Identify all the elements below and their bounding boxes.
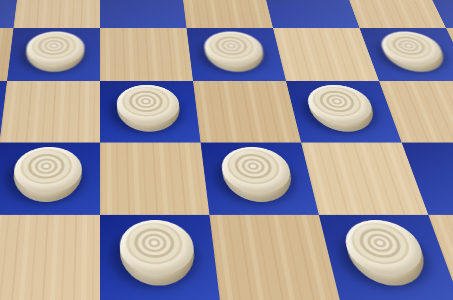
square-r3c2 <box>0 143 100 215</box>
square-r2c2 <box>0 81 100 142</box>
checker-piece <box>219 147 297 202</box>
square-r0c6 <box>343 0 446 28</box>
checker-piece <box>119 220 197 285</box>
photo-frame <box>0 0 453 300</box>
square-r0c4 <box>181 0 273 28</box>
square-r1c2 <box>7 28 100 81</box>
square-r2c3 <box>100 81 201 142</box>
square-r3c3 <box>100 143 209 215</box>
square-r2c4 <box>193 81 301 142</box>
square-r0c5 <box>262 0 360 28</box>
square-r0c2 <box>13 0 100 28</box>
square-r1c4 <box>187 28 287 81</box>
checkers-board <box>0 0 453 300</box>
square-r3c4 <box>201 143 319 215</box>
square-r4c3 <box>100 215 220 300</box>
square-r0c3 <box>100 0 187 28</box>
checker-piece <box>303 85 380 132</box>
checker-piece <box>202 32 268 72</box>
square-r4c2 <box>0 215 100 300</box>
square-r1c3 <box>100 28 193 81</box>
checker-piece <box>24 32 85 72</box>
checker-piece <box>116 85 181 132</box>
checker-piece <box>11 147 82 202</box>
checker-piece <box>339 220 433 285</box>
checker-piece <box>376 32 451 72</box>
square-r4c4 <box>209 215 340 300</box>
